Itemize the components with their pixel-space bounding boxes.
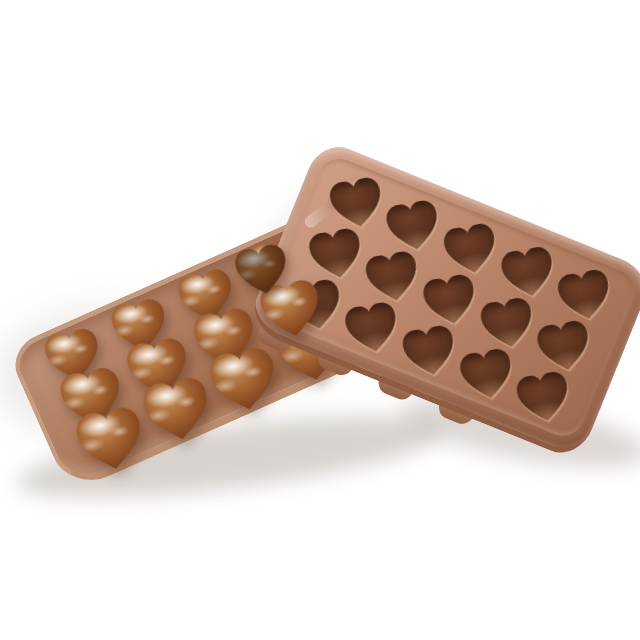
heart-cavity — [384, 198, 443, 254]
chocolate-heart-dome — [206, 344, 281, 416]
chocolate-heart-dome — [139, 374, 214, 446]
heart-cavity — [286, 276, 345, 332]
heart-cavity — [343, 299, 402, 355]
heart-cavity — [327, 175, 386, 231]
chocolate-heart-dome-shape — [206, 344, 281, 416]
heart-cavity — [498, 244, 557, 300]
chocolate-heart-dome-shape — [72, 404, 147, 476]
heart-cavity — [514, 369, 573, 425]
heart-cavity-shape — [457, 346, 516, 402]
back-chocolate-mould — [245, 138, 640, 462]
chocolate-heart-dome-shape — [139, 374, 214, 446]
heart-cavity — [457, 346, 516, 402]
heart-cavity-shape — [441, 221, 500, 277]
heart-cavity-shape — [535, 318, 594, 374]
heart-cavity — [535, 318, 594, 374]
heart-cavity-shape — [555, 267, 614, 323]
heart-cavity — [478, 295, 537, 351]
heart-cavity — [363, 249, 422, 305]
heart-cavity-shape — [343, 299, 402, 355]
heart-cavity-shape — [327, 175, 386, 231]
heart-cavity-shape — [363, 249, 422, 305]
chocolate-heart-dome — [72, 404, 147, 476]
heart-cavity-shape — [384, 198, 443, 254]
product-photo-scene — [0, 0, 640, 640]
heart-cavity-shape — [498, 244, 557, 300]
heart-cavity — [306, 226, 365, 282]
heart-cavity — [420, 272, 479, 328]
heart-cavity-shape — [478, 295, 537, 351]
heart-cavity-shape — [514, 369, 573, 425]
heart-cavity — [441, 221, 500, 277]
heart-cavity-shape — [306, 226, 365, 282]
heart-cavity-shape — [286, 276, 345, 332]
heart-cavity-shape — [400, 322, 459, 378]
heart-cavity-shape — [420, 272, 479, 328]
heart-cavity — [400, 322, 459, 378]
heart-cavity — [555, 267, 614, 323]
